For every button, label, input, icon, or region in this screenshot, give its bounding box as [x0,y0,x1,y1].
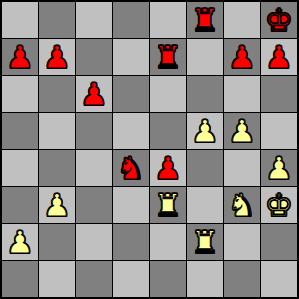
square-d2[interactable] [113,224,149,260]
square-g4[interactable] [224,150,260,186]
square-b6[interactable] [39,76,75,112]
square-f1[interactable] [187,261,223,297]
square-a2[interactable]: ♟ [2,224,38,260]
square-d4[interactable]: ♞ [113,150,149,186]
square-c6[interactable]: ♟ [76,76,112,112]
piece-red-pawn[interactable]: ♟ [43,42,71,73]
square-e8[interactable] [150,2,186,38]
square-h2[interactable] [261,224,297,260]
square-f4[interactable] [187,150,223,186]
piece-yellow-pawn[interactable]: ♟ [265,153,293,184]
square-b7[interactable]: ♟ [39,39,75,75]
square-d5[interactable] [113,113,149,149]
square-b5[interactable] [39,113,75,149]
piece-yellow-pawn[interactable]: ♟ [6,227,34,258]
square-h5[interactable] [261,113,297,149]
square-h1[interactable] [261,261,297,297]
square-g1[interactable] [224,261,260,297]
square-d8[interactable] [113,2,149,38]
square-f2[interactable]: ♜ [187,224,223,260]
square-c7[interactable] [76,39,112,75]
piece-red-king[interactable]: ♚ [265,5,293,36]
square-e7[interactable]: ♜ [150,39,186,75]
square-e1[interactable] [150,261,186,297]
square-g2[interactable] [224,224,260,260]
square-g6[interactable] [224,76,260,112]
square-c2[interactable] [76,224,112,260]
square-f6[interactable] [187,76,223,112]
square-b2[interactable] [39,224,75,260]
square-f7[interactable] [187,39,223,75]
chess-app: ♜♚♟♟♜♟♟♟♟♟♞♟♟♟♜♞♚♟♜ [0,0,299,299]
piece-red-pawn[interactable]: ♟ [265,42,293,73]
square-b3[interactable]: ♟ [39,187,75,223]
square-f8[interactable]: ♜ [187,2,223,38]
square-c1[interactable] [76,261,112,297]
square-d1[interactable] [113,261,149,297]
square-h3[interactable]: ♚ [261,187,297,223]
square-a3[interactable] [2,187,38,223]
piece-yellow-knight[interactable]: ♞ [228,190,256,221]
square-e3[interactable]: ♜ [150,187,186,223]
square-a7[interactable]: ♟ [2,39,38,75]
piece-red-knight[interactable]: ♞ [117,153,145,184]
square-d7[interactable] [113,39,149,75]
square-c5[interactable] [76,113,112,149]
piece-red-pawn[interactable]: ♟ [6,42,34,73]
square-d3[interactable] [113,187,149,223]
square-a4[interactable] [2,150,38,186]
square-a1[interactable] [2,261,38,297]
square-b8[interactable] [39,2,75,38]
square-d6[interactable] [113,76,149,112]
piece-red-rook[interactable]: ♜ [154,42,182,73]
square-c3[interactable] [76,187,112,223]
piece-red-pawn[interactable]: ♟ [154,153,182,184]
square-b4[interactable] [39,150,75,186]
square-g3[interactable]: ♞ [224,187,260,223]
piece-red-pawn[interactable]: ♟ [228,42,256,73]
square-e2[interactable] [150,224,186,260]
square-g7[interactable]: ♟ [224,39,260,75]
square-f5[interactable]: ♟ [187,113,223,149]
square-h4[interactable]: ♟ [261,150,297,186]
square-a6[interactable] [2,76,38,112]
square-c8[interactable] [76,2,112,38]
square-a8[interactable] [2,2,38,38]
square-e4[interactable]: ♟ [150,150,186,186]
piece-yellow-pawn[interactable]: ♟ [228,116,256,147]
square-c4[interactable] [76,150,112,186]
square-e5[interactable] [150,113,186,149]
piece-yellow-pawn[interactable]: ♟ [191,116,219,147]
square-h7[interactable]: ♟ [261,39,297,75]
square-b1[interactable] [39,261,75,297]
square-g5[interactable]: ♟ [224,113,260,149]
square-e6[interactable] [150,76,186,112]
square-a5[interactable] [2,113,38,149]
piece-yellow-king[interactable]: ♚ [265,190,293,221]
piece-red-pawn[interactable]: ♟ [80,79,108,110]
square-f3[interactable] [187,187,223,223]
piece-yellow-rook[interactable]: ♜ [154,190,182,221]
piece-red-rook[interactable]: ♜ [191,5,219,36]
square-h8[interactable]: ♚ [261,2,297,38]
square-h6[interactable] [261,76,297,112]
piece-yellow-pawn[interactable]: ♟ [43,190,71,221]
piece-yellow-rook[interactable]: ♜ [191,227,219,258]
square-g8[interactable] [224,2,260,38]
chess-board: ♜♚♟♟♜♟♟♟♟♟♞♟♟♟♜♞♚♟♜ [0,0,299,299]
